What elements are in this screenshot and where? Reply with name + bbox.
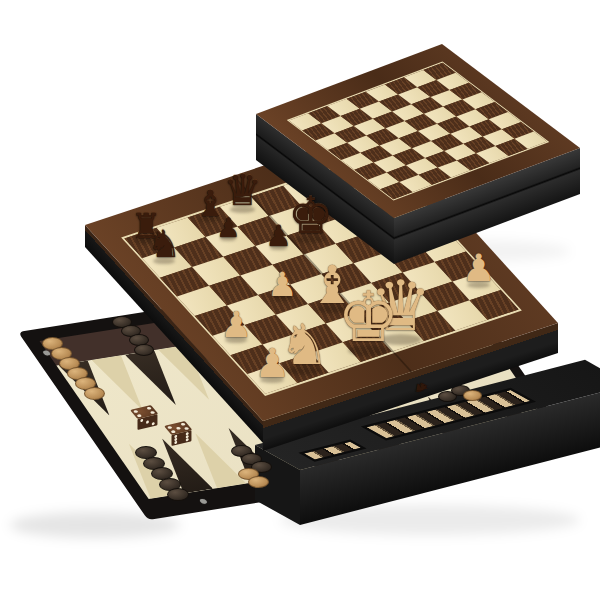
die-pip [183,427,189,430]
die-pip [146,420,149,424]
backgammon-checker-light [84,387,105,400]
die-pip [186,438,189,442]
die-pip [137,414,143,417]
chess-piece-dark-pawn: ♟ [264,222,293,251]
die-pip [171,430,177,433]
die-pip [152,422,155,426]
die-pip [149,411,155,414]
backgammon-checker-dark [167,488,189,501]
game-set-photo: ♞ ♛♝♚♟♜♟♞♟♟♝♛♟♚♞♟ [0,0,600,600]
chess-piece-light-pawn: ♟ [218,307,254,343]
lying-knight-piece: ♞ [412,379,431,397]
die-pip [174,440,177,444]
backgammon-checker-dark [134,344,154,356]
chess-piece-dark-pawn: ♟ [215,215,242,242]
die-pip [140,419,143,423]
chess-piece-light-king: ♚ [334,283,403,352]
backgammon-checker-light [248,476,269,488]
die-pip [180,423,186,426]
backgammon-checker-light [463,390,482,401]
chess-piece-light-pawn: ♟ [460,250,498,288]
chess-piece-light-pawn: ♟ [252,343,292,383]
die [164,421,204,457]
die-pip [133,410,139,413]
magnet-dot [199,499,208,505]
die-pip [167,426,173,429]
die-pip [175,426,181,429]
die-pip [146,407,152,410]
chess-piece-dark-knight: ♞ [145,226,183,264]
chess-piece-light-pawn: ♟ [266,268,299,301]
